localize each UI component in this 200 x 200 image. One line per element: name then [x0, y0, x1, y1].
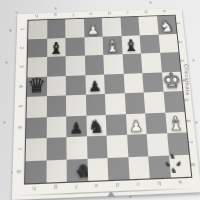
square-f7[interactable]: ♝ [121, 35, 141, 54]
coordinate-label: 3 [18, 65, 24, 68]
square-e4[interactable] [105, 93, 126, 114]
coordinate-label: 4 [18, 84, 24, 87]
coordinate-label: g [54, 13, 57, 18]
square-a2[interactable] [26, 138, 47, 161]
square-b8[interactable] [47, 19, 66, 38]
square-a5[interactable]: ♛ [27, 76, 47, 97]
coordinate-label: 6 [17, 126, 23, 130]
square-e2[interactable] [107, 135, 128, 158]
four-knights-logo-icon: ♞ ♞ ♞ ♞ [164, 154, 184, 176]
square-h3[interactable]: ♝ [165, 111, 187, 133]
white-pawn-d8[interactable]: ♟ [86, 23, 99, 37]
square-g8[interactable] [138, 16, 158, 35]
square-b3[interactable] [46, 116, 66, 138]
square-e1[interactable] [107, 157, 129, 180]
coordinate-label: f [72, 12, 74, 17]
square-b6[interactable] [47, 56, 66, 76]
coordinate-label: f [75, 184, 77, 191]
logo-knight-icon: ♞ [170, 167, 177, 175]
black-pawn-c3[interactable]: ♟ [69, 121, 83, 137]
square-e6[interactable] [103, 54, 123, 74]
square-d6[interactable] [84, 55, 104, 75]
square-g4[interactable] [144, 92, 165, 113]
square-e3[interactable] [106, 114, 127, 136]
square-f5[interactable] [123, 73, 144, 94]
square-d8[interactable]: ♟ [84, 18, 103, 37]
square-e8[interactable] [102, 17, 121, 36]
square-g5[interactable] [142, 72, 163, 93]
coordinate-label: b [144, 10, 147, 15]
square-h5[interactable]: ♚ [161, 71, 182, 91]
fold-shadow [107, 191, 116, 197]
square-h7[interactable] [158, 34, 178, 53]
white-bishop-h3[interactable]: ♝ [167, 114, 185, 133]
coordinate-label: d [108, 11, 111, 16]
white-king-h5[interactable]: ♚ [162, 71, 182, 92]
square-a4[interactable] [27, 96, 47, 117]
coordinate-label: 7 [16, 147, 22, 151]
square-c4[interactable] [66, 95, 86, 116]
square-g7[interactable] [140, 34, 160, 53]
square-a3[interactable] [26, 117, 46, 139]
dust-speckles [0, 0, 1, 1]
coordinate-label: e [90, 12, 93, 17]
square-d3[interactable]: ♞ [86, 114, 107, 136]
square-e7[interactable]: ♝ [103, 36, 123, 55]
square-e5[interactable] [104, 73, 124, 94]
white-pawn-f3[interactable]: ♟ [129, 119, 144, 135]
black-bishop-b7[interactable]: ♝ [48, 40, 64, 57]
square-c7[interactable] [65, 37, 84, 56]
coordinate-label: g [54, 184, 57, 191]
square-c1[interactable]: ♚ [67, 158, 88, 181]
square-d2[interactable] [86, 136, 107, 159]
coordinate-label: 5 [17, 105, 23, 108]
coordinate-label: 8 [15, 169, 21, 173]
square-d1[interactable] [87, 157, 108, 180]
square-h4[interactable] [163, 91, 184, 112]
square-f4[interactable] [124, 92, 145, 113]
square-f1[interactable] [128, 156, 150, 179]
square-d4[interactable] [85, 94, 105, 115]
coordinate-label: a [163, 9, 166, 14]
photo-canvas: hgfedcba hgfedcba 12345678 12345678 ♟♞♝♝… [0, 0, 200, 200]
square-f3[interactable]: ♟ [125, 113, 146, 135]
coordinate-label: 2 [19, 46, 25, 49]
coordinate-label: e [95, 183, 99, 190]
coordinate-label: 1 [19, 28, 25, 31]
square-f2[interactable] [127, 134, 149, 157]
black-knight-d3[interactable]: ♞ [88, 117, 105, 136]
square-c5[interactable] [66, 75, 86, 96]
square-g3[interactable] [145, 112, 167, 134]
square-a8[interactable] [28, 20, 47, 39]
white-knight-h8[interactable]: ♞ [158, 18, 175, 34]
brand-text: Checkmate [183, 64, 191, 96]
square-g2[interactable] [147, 133, 169, 156]
coordinate-label: b [157, 180, 161, 187]
coordinate-label: a [178, 179, 182, 186]
square-f8[interactable] [120, 17, 140, 36]
square-b4[interactable] [46, 95, 66, 116]
square-b5[interactable] [46, 76, 65, 97]
white-bishop-e7[interactable]: ♝ [104, 38, 120, 55]
square-c3[interactable]: ♟ [66, 115, 86, 137]
square-b2[interactable] [46, 137, 66, 160]
black-bishop-f7[interactable]: ♝ [123, 37, 140, 54]
square-b7[interactable]: ♝ [47, 38, 66, 57]
square-c8[interactable] [65, 19, 84, 38]
black-pawn-d5[interactable]: ♟ [88, 79, 102, 94]
coordinate-label: c [126, 10, 129, 15]
coordinate-label: h [33, 185, 37, 192]
square-a7[interactable] [28, 38, 47, 57]
black-queen-a5[interactable]: ♛ [27, 76, 46, 97]
square-a1[interactable] [25, 160, 46, 184]
square-c6[interactable] [66, 56, 85, 76]
square-g6[interactable] [141, 53, 161, 73]
square-d5[interactable]: ♟ [85, 74, 105, 95]
coordinate-label: d [116, 182, 120, 189]
coordinate-label: c [137, 181, 140, 188]
coordinate-label: h [35, 13, 38, 18]
square-d7[interactable] [84, 36, 103, 55]
chessboard-sheet: hgfedcba hgfedcba 12345678 12345678 ♟♞♝♝… [12, 8, 200, 200]
square-c2[interactable] [66, 136, 87, 159]
square-b1[interactable] [46, 159, 67, 183]
square-f6[interactable] [122, 53, 142, 73]
square-h8[interactable]: ♞ [157, 16, 177, 35]
